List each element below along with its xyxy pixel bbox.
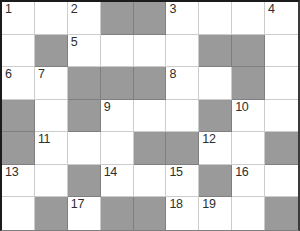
clue-number-14: 14	[104, 165, 117, 179]
crossword-cell-r2c4[interactable]	[101, 35, 134, 68]
block-cell-r7c4	[101, 197, 134, 230]
clue-number-13: 13	[5, 165, 18, 179]
block-cell-r6c7	[199, 165, 232, 198]
crossword-cell-r1c9[interactable]: 4	[265, 2, 298, 35]
crossword-cell-r1c7[interactable]	[199, 2, 232, 35]
block-cell-r3c3	[68, 67, 101, 100]
block-cell-r6c3	[68, 165, 101, 198]
block-cell-r4c3	[68, 100, 101, 133]
crossword-cell-r3c1[interactable]: 6	[2, 67, 35, 100]
crossword-cell-r7c7[interactable]: 19	[199, 197, 232, 230]
crossword-cell-r2c5[interactable]	[134, 35, 167, 68]
block-cell-r4c1	[2, 100, 35, 133]
crossword-cell-r6c9[interactable]	[265, 165, 298, 198]
crossword-cell-r4c4[interactable]: 9	[101, 100, 134, 133]
crossword-cell-r4c6[interactable]	[166, 100, 199, 133]
block-cell-r5c5	[134, 132, 167, 165]
block-cell-r7c2	[35, 197, 68, 230]
block-cell-r7c9	[265, 197, 298, 230]
clue-number-3: 3	[169, 2, 176, 16]
crossword-cell-r1c6[interactable]: 3	[166, 2, 199, 35]
crossword-cell-r6c2[interactable]	[35, 165, 68, 198]
clue-number-18: 18	[169, 197, 182, 211]
clue-number-10: 10	[235, 100, 248, 114]
crossword-cell-r6c4[interactable]: 14	[101, 165, 134, 198]
crossword-cell-r4c9[interactable]	[265, 100, 298, 133]
clue-number-2: 2	[71, 2, 78, 16]
block-cell-r5c1	[2, 132, 35, 165]
crossword-cell-r2c3[interactable]: 5	[68, 35, 101, 68]
crossword-cell-r2c1[interactable]	[2, 35, 35, 68]
crossword-cell-r3c2[interactable]: 7	[35, 67, 68, 100]
crossword-board: 12345678910111213141516171819	[0, 0, 300, 231]
block-cell-r5c9	[265, 132, 298, 165]
crossword-cell-r1c2[interactable]	[35, 2, 68, 35]
clue-number-1: 1	[5, 2, 12, 16]
clue-number-16: 16	[235, 165, 248, 179]
crossword-cell-r5c8[interactable]	[232, 132, 265, 165]
clue-number-19: 19	[202, 197, 215, 211]
crossword-cell-r7c3[interactable]: 17	[68, 197, 101, 230]
crossword-cell-r6c6[interactable]: 15	[166, 165, 199, 198]
crossword-cell-r5c4[interactable]	[101, 132, 134, 165]
clue-number-5: 5	[71, 35, 78, 49]
block-cell-r4c7	[199, 100, 232, 133]
clue-number-15: 15	[169, 165, 182, 179]
crossword-cell-r4c5[interactable]	[134, 100, 167, 133]
clue-number-9: 9	[104, 100, 111, 114]
block-cell-r7c5	[134, 197, 167, 230]
crossword-cell-r5c3[interactable]	[68, 132, 101, 165]
crossword-cell-r7c1[interactable]	[2, 197, 35, 230]
crossword-cell-r3c9[interactable]	[265, 67, 298, 100]
clue-number-8: 8	[169, 67, 176, 81]
clue-number-7: 7	[38, 67, 45, 81]
crossword-cell-r6c8[interactable]: 16	[232, 165, 265, 198]
block-cell-r3c5	[134, 67, 167, 100]
crossword-cell-r3c6[interactable]: 8	[166, 67, 199, 100]
crossword-cell-r2c9[interactable]	[265, 35, 298, 68]
crossword-cell-r1c8[interactable]	[232, 2, 265, 35]
block-cell-r2c8	[232, 35, 265, 68]
crossword-cell-r3c7[interactable]	[199, 67, 232, 100]
crossword-cell-r6c5[interactable]	[134, 165, 167, 198]
crossword-cell-r4c2[interactable]	[35, 100, 68, 133]
crossword-cell-r7c6[interactable]: 18	[166, 197, 199, 230]
crossword-cell-r5c2[interactable]: 11	[35, 132, 68, 165]
clue-number-4: 4	[268, 2, 275, 16]
clue-number-12: 12	[202, 132, 215, 146]
clue-number-11: 11	[38, 132, 50, 146]
block-cell-r3c8	[232, 67, 265, 100]
block-cell-r1c5	[134, 2, 167, 35]
crossword-cell-r2c6[interactable]	[166, 35, 199, 68]
block-cell-r2c2	[35, 35, 68, 68]
block-cell-r3c4	[101, 67, 134, 100]
block-cell-r1c4	[101, 2, 134, 35]
crossword-cell-r1c1[interactable]: 1	[2, 2, 35, 35]
crossword-cell-r6c1[interactable]: 13	[2, 165, 35, 198]
clue-number-6: 6	[5, 67, 12, 81]
crossword-cell-r7c8[interactable]	[232, 197, 265, 230]
crossword-cell-r1c3[interactable]: 2	[68, 2, 101, 35]
block-cell-r2c7	[199, 35, 232, 68]
clue-number-17: 17	[71, 197, 84, 211]
crossword-grid: 12345678910111213141516171819	[2, 2, 298, 230]
block-cell-r5c6	[166, 132, 199, 165]
crossword-cell-r5c7[interactable]: 12	[199, 132, 232, 165]
crossword-cell-r4c8[interactable]: 10	[232, 100, 265, 133]
